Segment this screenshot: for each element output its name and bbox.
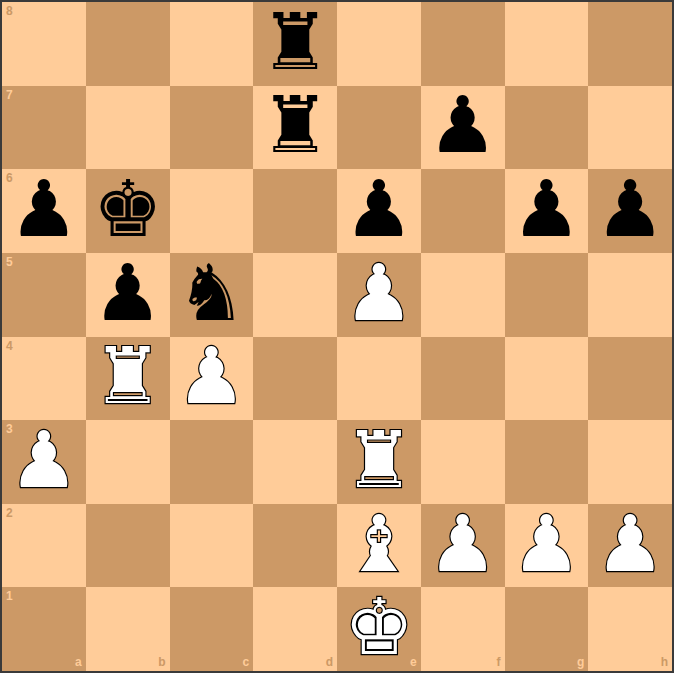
square-d5[interactable] — [253, 253, 337, 337]
white-pawn: ♟ — [9, 421, 79, 499]
file-label-g: g — [577, 656, 584, 668]
square-e2[interactable]: ♝ — [337, 504, 421, 588]
white-pawn: ♟ — [595, 505, 665, 583]
black-rook: ♜ — [260, 86, 330, 164]
rank-label-7: 7 — [6, 89, 13, 101]
rank-label-2: 2 — [6, 507, 13, 519]
square-g3[interactable] — [505, 420, 589, 504]
white-rook: ♜ — [344, 421, 414, 499]
file-label-c: c — [243, 656, 250, 668]
board-frame: 8♜7♜♟♟6♚♟♟♟5♟♞♟4♜♟♟3♜2♝♟♟♟1abcd♚efgh — [0, 0, 674, 673]
file-label-b: b — [158, 656, 165, 668]
black-rook: ♜ — [260, 3, 330, 81]
white-pawn: ♟ — [176, 337, 246, 415]
black-pawn: ♟ — [428, 86, 498, 164]
square-h3[interactable] — [588, 420, 672, 504]
file-label-f: f — [497, 656, 501, 668]
square-b8[interactable] — [86, 2, 170, 86]
square-c3[interactable] — [170, 420, 254, 504]
square-h1[interactable]: h — [588, 587, 672, 671]
square-h5[interactable] — [588, 253, 672, 337]
square-f3[interactable] — [421, 420, 505, 504]
rank-label-3: 3 — [6, 423, 13, 435]
white-bishop: ♝ — [344, 505, 414, 583]
square-c6[interactable] — [170, 169, 254, 253]
square-a7[interactable]: 7 — [2, 86, 86, 170]
square-c2[interactable] — [170, 504, 254, 588]
white-king: ♚ — [344, 588, 414, 666]
square-d8[interactable]: ♜ — [253, 2, 337, 86]
square-c1[interactable]: c — [170, 587, 254, 671]
square-a2[interactable]: 2 — [2, 504, 86, 588]
square-d1[interactable]: d — [253, 587, 337, 671]
black-pawn: ♟ — [344, 170, 414, 248]
rank-label-4: 4 — [6, 340, 13, 352]
square-f8[interactable] — [421, 2, 505, 86]
square-d2[interactable] — [253, 504, 337, 588]
white-pawn: ♟ — [511, 505, 581, 583]
square-a6[interactable]: ♟6 — [2, 169, 86, 253]
square-f6[interactable] — [421, 169, 505, 253]
file-label-d: d — [326, 656, 333, 668]
rank-label-6: 6 — [6, 172, 13, 184]
square-a4[interactable]: 4 — [2, 337, 86, 421]
black-pawn: ♟ — [595, 170, 665, 248]
square-a8[interactable]: 8 — [2, 2, 86, 86]
rank-label-1: 1 — [6, 590, 13, 602]
square-g7[interactable] — [505, 86, 589, 170]
square-e7[interactable] — [337, 86, 421, 170]
black-pawn: ♟ — [93, 254, 163, 332]
square-e5[interactable]: ♟ — [337, 253, 421, 337]
file-label-e: e — [410, 656, 417, 668]
chess-board: 8♜7♜♟♟6♚♟♟♟5♟♞♟4♜♟♟3♜2♝♟♟♟1abcd♚efgh — [2, 2, 672, 671]
square-g4[interactable] — [505, 337, 589, 421]
square-h4[interactable] — [588, 337, 672, 421]
square-c7[interactable] — [170, 86, 254, 170]
square-h2[interactable]: ♟ — [588, 504, 672, 588]
square-d6[interactable] — [253, 169, 337, 253]
square-b1[interactable]: b — [86, 587, 170, 671]
square-f4[interactable] — [421, 337, 505, 421]
square-e8[interactable] — [337, 2, 421, 86]
square-e3[interactable]: ♜ — [337, 420, 421, 504]
square-g1[interactable]: g — [505, 587, 589, 671]
square-f7[interactable]: ♟ — [421, 86, 505, 170]
square-c4[interactable]: ♟ — [170, 337, 254, 421]
black-king: ♚ — [93, 170, 163, 248]
black-pawn: ♟ — [511, 170, 581, 248]
square-b4[interactable]: ♜ — [86, 337, 170, 421]
square-c8[interactable] — [170, 2, 254, 86]
square-g2[interactable]: ♟ — [505, 504, 589, 588]
square-h7[interactable] — [588, 86, 672, 170]
square-b2[interactable] — [86, 504, 170, 588]
square-e6[interactable]: ♟ — [337, 169, 421, 253]
square-f1[interactable]: f — [421, 587, 505, 671]
white-pawn: ♟ — [428, 505, 498, 583]
square-b3[interactable] — [86, 420, 170, 504]
square-c5[interactable]: ♞ — [170, 253, 254, 337]
rank-label-8: 8 — [6, 5, 13, 17]
square-e1[interactable]: ♚e — [337, 587, 421, 671]
square-b5[interactable]: ♟ — [86, 253, 170, 337]
square-a1[interactable]: 1a — [2, 587, 86, 671]
black-knight: ♞ — [176, 254, 246, 332]
square-f5[interactable] — [421, 253, 505, 337]
white-rook: ♜ — [93, 337, 163, 415]
square-b7[interactable] — [86, 86, 170, 170]
black-pawn: ♟ — [9, 170, 79, 248]
square-f2[interactable]: ♟ — [421, 504, 505, 588]
square-d7[interactable]: ♜ — [253, 86, 337, 170]
square-a5[interactable]: 5 — [2, 253, 86, 337]
square-g6[interactable]: ♟ — [505, 169, 589, 253]
file-label-h: h — [661, 656, 668, 668]
square-h8[interactable] — [588, 2, 672, 86]
square-d4[interactable] — [253, 337, 337, 421]
square-e4[interactable] — [337, 337, 421, 421]
white-pawn: ♟ — [344, 254, 414, 332]
square-g5[interactable] — [505, 253, 589, 337]
square-b6[interactable]: ♚ — [86, 169, 170, 253]
square-g8[interactable] — [505, 2, 589, 86]
square-d3[interactable] — [253, 420, 337, 504]
rank-label-5: 5 — [6, 256, 13, 268]
square-a3[interactable]: ♟3 — [2, 420, 86, 504]
square-h6[interactable]: ♟ — [588, 169, 672, 253]
file-label-a: a — [75, 656, 82, 668]
